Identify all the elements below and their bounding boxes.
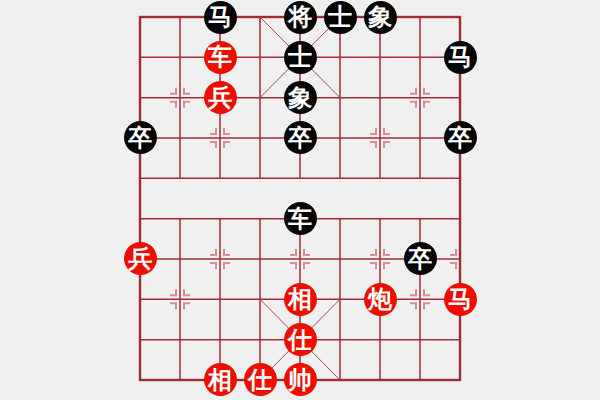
piece-red-advisor[interactable]: 仕 (284, 323, 317, 356)
piece-red-advisor[interactable]: 仕 (244, 363, 277, 396)
piece-red-soldier[interactable]: 兵 (124, 242, 157, 275)
piece-black-horse[interactable]: 马 (204, 1, 237, 34)
piece-black-soldier[interactable]: 卒 (404, 242, 437, 275)
piece-black-advisor[interactable]: 士 (324, 1, 357, 34)
piece-red-horse[interactable]: 马 (444, 283, 477, 316)
piece-red-elephant[interactable]: 相 (204, 363, 237, 396)
piece-black-elephant[interactable]: 象 (364, 1, 397, 34)
piece-red-general[interactable]: 帅 (284, 363, 317, 396)
piece-red-chariot[interactable]: 车 (204, 41, 237, 74)
xiangqi-board[interactable]: 马将士象士马象卒卒卒车卒车兵兵相炮马仕相仕帅 (120, 0, 480, 400)
piece-black-chariot[interactable]: 车 (284, 202, 317, 235)
piece-red-elephant[interactable]: 相 (284, 283, 317, 316)
piece-red-soldier[interactable]: 兵 (204, 81, 237, 114)
piece-black-soldier[interactable]: 卒 (284, 121, 317, 154)
piece-black-horse[interactable]: 马 (444, 41, 477, 74)
piece-black-soldier[interactable]: 卒 (124, 121, 157, 154)
piece-black-elephant[interactable]: 象 (284, 81, 317, 114)
piece-black-soldier[interactable]: 卒 (444, 121, 477, 154)
board-stage: 马将士象士马象卒卒卒车卒车兵兵相炮马仕相仕帅 (0, 0, 600, 400)
piece-black-general[interactable]: 将 (284, 1, 317, 34)
piece-red-cannon[interactable]: 炮 (364, 283, 397, 316)
piece-black-advisor[interactable]: 士 (284, 41, 317, 74)
